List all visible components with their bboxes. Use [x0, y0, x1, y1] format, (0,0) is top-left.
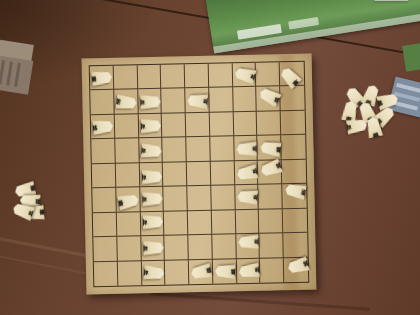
- shogi-piece[interactable]: 歩兵: [141, 142, 162, 158]
- piece-face: 歩兵: [187, 93, 208, 109]
- piece-kanji: 金将: [353, 96, 358, 100]
- piece-kanji: 歩兵: [245, 72, 247, 78]
- box-blurred-text: [288, 17, 319, 30]
- piece-face: 飛車: [117, 193, 140, 212]
- photo-scene: 駒付 香車角行歩兵王将歩兵歩兵歩兵飛車歩兵歩兵歩兵歩兵歩兵歩兵香車金将歩兵銀将歩…: [0, 0, 420, 315]
- shogi-piece[interactable]: 歩兵: [233, 66, 256, 85]
- shogi-piece[interactable]: 歩兵: [187, 93, 208, 109]
- shogi-piece[interactable]: 金将: [257, 85, 282, 107]
- piece-face: 金将: [259, 158, 283, 179]
- piece-kanji: 香車: [34, 210, 35, 216]
- piece-kanji: 香車: [347, 111, 353, 112]
- wood-grain-streak: [150, 292, 370, 310]
- shogi-board: 香車角行歩兵王将歩兵歩兵歩兵飛車歩兵歩兵歩兵歩兵歩兵歩兵香車金将歩兵銀将歩兵金将…: [82, 54, 317, 295]
- shogi-piece[interactable]: 王将: [93, 119, 114, 136]
- piece-face: 歩兵: [143, 264, 164, 281]
- piece-face: 歩兵: [141, 142, 162, 158]
- board-pieces: 香車角行歩兵王将歩兵歩兵歩兵飛車歩兵歩兵歩兵歩兵歩兵歩兵香車金将歩兵銀将歩兵金将…: [82, 54, 317, 295]
- shogi-piece[interactable]: 桂馬: [190, 262, 213, 281]
- piece-face: 王将: [286, 256, 309, 276]
- piece-face: 歩兵: [238, 235, 258, 250]
- piece-kanji: 桂馬: [30, 198, 31, 204]
- piece-kanji: 金将: [268, 94, 271, 100]
- shogi-piece[interactable]: 角行: [284, 182, 306, 200]
- piece-face: 歩兵: [236, 164, 259, 183]
- shogi-piece[interactable]: 歩兵: [142, 192, 162, 207]
- shogi-piece[interactable]: 歩兵: [143, 214, 163, 229]
- piece-face: 歩兵: [237, 189, 258, 205]
- shogi-piece[interactable]: 香車: [277, 65, 302, 90]
- piece-kanji: 歩兵: [356, 123, 357, 129]
- shogi-piece[interactable]: 銀将: [215, 263, 236, 279]
- shogi-piece[interactable]: 歩兵: [236, 141, 256, 156]
- shogi-piece[interactable]: 歩兵: [140, 94, 160, 109]
- piece-face: 銀将: [259, 139, 281, 157]
- piece-kanji: 角行: [295, 188, 296, 194]
- piece-kanji: 銀将: [270, 145, 271, 151]
- piece-face: 歩兵: [238, 262, 260, 279]
- piece-kanji: 歩兵: [22, 208, 24, 214]
- piece-face: 歩兵: [236, 141, 256, 156]
- grey-piece-box: [0, 39, 36, 96]
- shogi-piece[interactable]: 香車: [91, 70, 113, 87]
- piece-face: 角行: [284, 182, 306, 200]
- shogi-piece[interactable]: 歩兵: [238, 262, 260, 279]
- shogi-piece[interactable]: 金将: [259, 158, 283, 179]
- piece-kanji: 飛車: [127, 199, 128, 205]
- shogi-piece[interactable]: 銀将: [259, 139, 281, 157]
- piece-face: 香車: [91, 70, 113, 87]
- shogi-piece[interactable]: 歩兵: [238, 235, 258, 250]
- piece-face: 歩兵: [140, 94, 160, 109]
- piece-face: 金将: [257, 85, 282, 107]
- shogi-piece[interactable]: 歩兵: [236, 164, 259, 183]
- shogi-piece[interactable]: 王将: [286, 256, 309, 276]
- shogi-piece[interactable]: 角行: [116, 94, 138, 111]
- piece-face: 桂馬: [190, 262, 213, 281]
- piece-face: 歩兵: [141, 119, 161, 134]
- piece-face: 歩兵: [142, 192, 162, 207]
- piece-face: 香車: [277, 65, 302, 90]
- piece-kanji: 歩兵: [247, 170, 248, 176]
- piece-kanji: 角行: [126, 99, 127, 105]
- piece-kanji: 金将: [270, 165, 272, 171]
- piece-face: 角行: [116, 94, 138, 111]
- piece-kanji: 桂馬: [201, 268, 202, 274]
- piece-kanji: 桂馬: [382, 114, 386, 119]
- piece-kanji: 金将: [364, 111, 370, 113]
- piece-kanji: 香車: [288, 76, 293, 80]
- shogi-piece[interactable]: 歩兵: [143, 264, 164, 281]
- shogi-piece[interactable]: 歩兵: [237, 189, 258, 205]
- piece-kanji: 銀将: [371, 127, 377, 128]
- piece-kanji: 王将: [102, 124, 103, 130]
- piece-face: 歩兵: [142, 169, 162, 184]
- shogi-set-box: 駒付: [205, 0, 420, 54]
- piece-kanji: 歩兵: [153, 269, 154, 275]
- shogi-piece[interactable]: 歩兵: [142, 169, 162, 184]
- grey-box-front: [0, 55, 33, 95]
- box-corner: [402, 42, 420, 71]
- piece-face: 銀将: [215, 263, 236, 279]
- piece-kanji: 桂馬: [368, 94, 374, 96]
- piece-kanji: 王将: [297, 262, 299, 268]
- box-label: 駒付: [374, 0, 408, 1]
- piece-face: 王将: [93, 119, 114, 136]
- piece-kanji: 香車: [101, 75, 102, 81]
- piece-face: 歩兵: [143, 241, 163, 256]
- shogi-piece[interactable]: 歩兵: [141, 119, 161, 134]
- shogi-piece[interactable]: 歩兵: [143, 241, 163, 256]
- piece-face: 歩兵: [143, 214, 163, 229]
- shogi-piece[interactable]: 飛車: [117, 193, 140, 212]
- piece-kanji: 歩兵: [249, 267, 250, 273]
- piece-face: 歩兵: [233, 66, 256, 85]
